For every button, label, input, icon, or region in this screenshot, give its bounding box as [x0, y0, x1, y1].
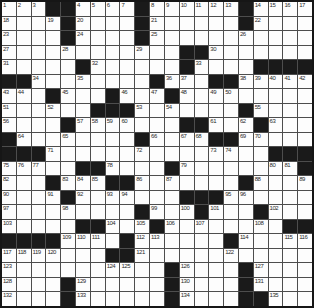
cell-r5c9[interactable] [120, 60, 134, 74]
cell-r10c12[interactable] [165, 133, 179, 147]
cell-r3c8[interactable] [106, 31, 120, 45]
cell-r20c1[interactable]: 128 [2, 278, 16, 292]
cell-r11c16[interactable]: 74 [224, 147, 238, 161]
cell-r15c1[interactable]: 97 [2, 205, 16, 219]
cell-r10c13[interactable]: 67 [180, 133, 194, 147]
cell-r11c5[interactable] [61, 147, 75, 161]
cell-r8c4[interactable]: 52 [46, 104, 60, 118]
cell-r16c5[interactable] [61, 220, 75, 234]
cell-r8c19[interactable] [269, 104, 283, 118]
cell-r3c9[interactable] [120, 31, 134, 45]
cell-r18c11[interactable] [150, 249, 164, 263]
cell-r9c17[interactable]: 62 [239, 118, 253, 132]
cell-r11c9[interactable] [120, 147, 134, 161]
cell-r15c12[interactable] [165, 205, 179, 219]
cell-r7c3[interactable] [32, 89, 46, 103]
cell-r6c19[interactable]: 40 [269, 75, 283, 89]
cell-r15c4[interactable] [46, 205, 60, 219]
cell-r4c15[interactable]: 30 [209, 46, 223, 60]
cell-r13c20[interactable] [283, 176, 297, 190]
cell-r4c6[interactable] [76, 46, 90, 60]
cell-r8c10[interactable]: 53 [135, 104, 149, 118]
cell-r2c13[interactable] [180, 17, 194, 31]
cell-r2c11[interactable]: 21 [150, 17, 164, 31]
cell-r17c10[interactable]: 112 [135, 234, 149, 248]
cell-r9c20[interactable] [283, 118, 297, 132]
cell-r6c9[interactable] [120, 75, 134, 89]
cell-r10c4[interactable] [46, 133, 60, 147]
cell-r16c8[interactable]: 104 [106, 220, 120, 234]
cell-r15c16[interactable] [224, 205, 238, 219]
cell-r4c18[interactable] [254, 46, 268, 60]
cell-r21c7[interactable] [91, 292, 105, 306]
cell-r16c17[interactable] [239, 220, 253, 234]
cell-r12c20[interactable]: 81 [283, 162, 297, 176]
cell-r19c3[interactable] [32, 263, 46, 277]
cell-r10c19[interactable] [269, 133, 283, 147]
cell-r7c21[interactable] [298, 89, 312, 103]
cell-r9c9[interactable]: 60 [120, 118, 134, 132]
cell-r8c2[interactable] [17, 104, 31, 118]
cell-r9c10[interactable] [135, 118, 149, 132]
cell-r5c8[interactable] [106, 60, 120, 74]
cell-r19c20[interactable] [283, 263, 297, 277]
cell-r21c9[interactable] [120, 292, 134, 306]
cell-r19c21[interactable] [298, 263, 312, 277]
cell-r18c15[interactable] [209, 249, 223, 263]
cell-r10c3[interactable] [32, 133, 46, 147]
cell-r11c8[interactable] [106, 147, 120, 161]
cell-r20c15[interactable] [209, 278, 223, 292]
cell-r6c7[interactable] [91, 75, 105, 89]
cell-r6c13[interactable]: 37 [180, 75, 194, 89]
cell-r8c5[interactable] [61, 104, 75, 118]
cell-r7c16[interactable]: 50 [224, 89, 238, 103]
cell-r6c18[interactable]: 39 [254, 75, 268, 89]
cell-r4c21[interactable] [298, 46, 312, 60]
cell-r17c17[interactable]: 114 [239, 234, 253, 248]
cell-r10c6[interactable] [76, 133, 90, 147]
cell-r21c21[interactable] [298, 292, 312, 306]
cell-r13c1[interactable]: 82 [2, 176, 16, 190]
cell-r8c18[interactable]: 55 [254, 104, 268, 118]
cell-r16c9[interactable] [120, 220, 134, 234]
cell-r13c15[interactable] [209, 176, 223, 190]
cell-r3c14[interactable] [195, 31, 209, 45]
cell-r6c12[interactable]: 36 [165, 75, 179, 89]
cell-r5c5[interactable] [61, 60, 75, 74]
cell-r19c18[interactable]: 127 [254, 263, 268, 277]
cell-r11c12[interactable] [165, 147, 179, 161]
cell-r20c18[interactable]: 131 [254, 278, 268, 292]
cell-r3c1[interactable]: 23 [2, 31, 16, 45]
cell-r19c11[interactable] [150, 263, 164, 277]
cell-r4c10[interactable]: 29 [135, 46, 149, 60]
cell-r18c13[interactable] [180, 249, 194, 263]
cell-r14c19[interactable] [269, 191, 283, 205]
cell-r21c11[interactable] [150, 292, 164, 306]
cell-r4c8[interactable] [106, 46, 120, 60]
cell-r2c12[interactable] [165, 17, 179, 31]
cell-r1c12[interactable]: 9 [165, 2, 179, 16]
cell-r8c16[interactable] [224, 104, 238, 118]
cell-r8c13[interactable] [180, 104, 194, 118]
cell-r8c6[interactable] [76, 104, 90, 118]
cell-r9c6[interactable]: 57 [76, 118, 90, 132]
cell-r14c11[interactable] [150, 191, 164, 205]
cell-r17c12[interactable] [165, 234, 179, 248]
cell-r20c6[interactable]: 129 [76, 278, 90, 292]
cell-r17c5[interactable]: 109 [61, 234, 75, 248]
cell-r9c2[interactable] [17, 118, 31, 132]
cell-r18c19[interactable] [269, 249, 283, 263]
cell-r15c6[interactable] [76, 205, 90, 219]
cell-r4c16[interactable] [224, 46, 238, 60]
cell-r8c1[interactable]: 51 [2, 104, 16, 118]
cell-r12c10[interactable] [135, 162, 149, 176]
cell-r1c16[interactable]: 13 [224, 2, 238, 16]
cell-r2c9[interactable] [120, 17, 134, 31]
cell-r1c3[interactable]: 3 [32, 2, 46, 16]
cell-r7c7[interactable] [91, 89, 105, 103]
cell-r13c16[interactable] [224, 176, 238, 190]
cell-r3c17[interactable]: 26 [239, 31, 253, 45]
cell-r16c3[interactable] [32, 220, 46, 234]
cell-r4c1[interactable]: 27 [2, 46, 16, 60]
cell-r16c13[interactable] [180, 220, 194, 234]
cell-r15c8[interactable] [106, 205, 120, 219]
cell-r14c12[interactable] [165, 191, 179, 205]
cell-r3c13[interactable] [180, 31, 194, 45]
cell-r15c7[interactable] [91, 205, 105, 219]
cell-r15c9[interactable] [120, 205, 134, 219]
cell-r13c5[interactable]: 83 [61, 176, 75, 190]
cell-r1c19[interactable]: 15 [269, 2, 283, 16]
cell-r20c2[interactable] [17, 278, 31, 292]
cell-r6c17[interactable]: 38 [239, 75, 253, 89]
cell-r4c3[interactable] [32, 46, 46, 60]
cell-r2c1[interactable]: 18 [2, 17, 16, 31]
cell-r5c14[interactable]: 33 [195, 60, 209, 74]
cell-r5c16[interactable] [224, 60, 238, 74]
cell-r13c7[interactable]: 85 [91, 176, 105, 190]
cell-r1c1[interactable]: 1 [2, 2, 16, 16]
cell-r14c8[interactable]: 93 [106, 191, 120, 205]
cell-r12c5[interactable] [61, 162, 75, 176]
cell-r10c7[interactable] [91, 133, 105, 147]
cell-r8c14[interactable] [195, 104, 209, 118]
cell-r11c18[interactable] [254, 147, 268, 161]
cell-r6c20[interactable]: 41 [283, 75, 297, 89]
cell-r19c2[interactable] [17, 263, 31, 277]
cell-r19c13[interactable]: 126 [180, 263, 194, 277]
cell-r3c16[interactable] [224, 31, 238, 45]
cell-r1c9[interactable]: 7 [120, 2, 134, 16]
cell-r13c14[interactable] [195, 176, 209, 190]
cell-r3c18[interactable] [254, 31, 268, 45]
cell-r17c6[interactable]: 110 [76, 234, 90, 248]
cell-r19c1[interactable]: 123 [2, 263, 16, 277]
cell-r7c11[interactable]: 47 [150, 89, 164, 103]
cell-r7c5[interactable]: 45 [61, 89, 75, 103]
cell-r12c16[interactable] [224, 162, 238, 176]
cell-r5c4[interactable] [46, 60, 60, 74]
cell-r21c2[interactable] [17, 292, 31, 306]
cell-r5c17[interactable] [239, 60, 253, 74]
cell-r18c20[interactable] [283, 249, 297, 263]
cell-r3c2[interactable] [17, 31, 31, 45]
cell-r21c6[interactable]: 133 [76, 292, 90, 306]
cell-r2c2[interactable] [17, 17, 31, 31]
cell-r14c9[interactable]: 94 [120, 191, 134, 205]
cell-r4c11[interactable] [150, 46, 164, 60]
cell-r20c3[interactable] [32, 278, 46, 292]
cell-r21c16[interactable] [224, 292, 238, 306]
cell-r20c9[interactable] [120, 278, 134, 292]
cell-r10c11[interactable]: 66 [150, 133, 164, 147]
cell-r13c6[interactable]: 84 [76, 176, 90, 190]
cell-r19c7[interactable] [91, 263, 105, 277]
cell-r4c20[interactable] [283, 46, 297, 60]
cell-r12c8[interactable]: 78 [106, 162, 120, 176]
cell-r9c19[interactable]: 63 [269, 118, 283, 132]
cell-r1c11[interactable]: 8 [150, 2, 164, 16]
cell-r13c21[interactable]: 89 [298, 176, 312, 190]
cell-r18c4[interactable]: 120 [46, 249, 60, 263]
cell-r19c15[interactable] [209, 263, 223, 277]
cell-r13c2[interactable] [17, 176, 31, 190]
cell-r8c21[interactable] [298, 104, 312, 118]
cell-r9c7[interactable]: 58 [91, 118, 105, 132]
cell-r21c10[interactable] [135, 292, 149, 306]
cell-r2c21[interactable] [298, 17, 312, 31]
cell-r17c15[interactable] [209, 234, 223, 248]
cell-r5c1[interactable]: 31 [2, 60, 16, 74]
cell-r11c6[interactable] [76, 147, 90, 161]
cell-r11c4[interactable]: 71 [46, 147, 60, 161]
cell-r15c3[interactable] [32, 205, 46, 219]
cell-r12c9[interactable] [120, 162, 134, 176]
cell-r2c19[interactable] [269, 17, 283, 31]
cell-r2c7[interactable] [91, 17, 105, 31]
cell-r4c19[interactable] [269, 46, 283, 60]
cell-r3c20[interactable] [283, 31, 297, 45]
cell-r5c3[interactable] [32, 60, 46, 74]
cell-r6c5[interactable] [61, 75, 75, 89]
cell-r10c9[interactable] [120, 133, 134, 147]
cell-r1c7[interactable]: 5 [91, 2, 105, 16]
cell-r13c11[interactable] [150, 176, 164, 190]
cell-r17c20[interactable]: 115 [283, 234, 297, 248]
cell-r7c14[interactable] [195, 89, 209, 103]
cell-r9c15[interactable]: 61 [209, 118, 223, 132]
cell-r15c13[interactable]: 100 [180, 205, 194, 219]
cell-r16c16[interactable] [224, 220, 238, 234]
cell-r9c3[interactable] [32, 118, 46, 132]
cell-r5c10[interactable] [135, 60, 149, 74]
cell-r19c14[interactable] [195, 263, 209, 277]
cell-r7c19[interactable] [269, 89, 283, 103]
cell-r3c4[interactable] [46, 31, 60, 45]
cell-r4c17[interactable] [239, 46, 253, 60]
cell-r19c5[interactable] [61, 263, 75, 277]
cell-r12c1[interactable]: 75 [2, 162, 16, 176]
cell-r10c5[interactable]: 65 [61, 133, 75, 147]
cell-r14c4[interactable]: 91 [46, 191, 60, 205]
cell-r20c20[interactable] [283, 278, 297, 292]
cell-r4c9[interactable] [120, 46, 134, 60]
cell-r18c18[interactable] [254, 249, 268, 263]
cell-r10c18[interactable]: 70 [254, 133, 268, 147]
cell-r2c16[interactable] [224, 17, 238, 31]
cell-r3c19[interactable] [269, 31, 283, 45]
cell-r18c16[interactable]: 122 [224, 249, 238, 263]
cell-r4c4[interactable] [46, 46, 60, 60]
cell-r12c3[interactable]: 77 [32, 162, 46, 176]
cell-r16c10[interactable]: 105 [135, 220, 149, 234]
cell-r16c15[interactable] [209, 220, 223, 234]
cell-r10c2[interactable]: 64 [17, 133, 31, 147]
cell-r3c7[interactable] [91, 31, 105, 45]
cell-r13c10[interactable]: 86 [135, 176, 149, 190]
cell-r9c11[interactable] [150, 118, 164, 132]
cell-r20c14[interactable] [195, 278, 209, 292]
cell-r14c1[interactable]: 90 [2, 191, 16, 205]
cell-r9c21[interactable] [298, 118, 312, 132]
cell-r3c12[interactable] [165, 31, 179, 45]
cell-r9c4[interactable] [46, 118, 60, 132]
cell-r12c18[interactable] [254, 162, 268, 176]
cell-r3c15[interactable] [209, 31, 223, 45]
cell-r18c21[interactable] [298, 249, 312, 263]
cell-r21c1[interactable]: 132 [2, 292, 16, 306]
cell-r21c14[interactable] [195, 292, 209, 306]
cell-r18c14[interactable] [195, 249, 209, 263]
cell-r4c5[interactable]: 28 [61, 46, 75, 60]
cell-r17c18[interactable] [254, 234, 268, 248]
cell-r6c14[interactable] [195, 75, 209, 89]
cell-r16c19[interactable] [269, 220, 283, 234]
cell-r12c13[interactable]: 79 [180, 162, 194, 176]
cell-r5c2[interactable] [17, 60, 31, 74]
cell-r10c17[interactable]: 69 [239, 133, 253, 147]
cell-r7c2[interactable]: 44 [17, 89, 31, 103]
cell-r1c18[interactable]: 14 [254, 2, 268, 16]
cell-r1c2[interactable]: 2 [17, 2, 31, 16]
cell-r9c12[interactable] [165, 118, 179, 132]
cell-r11c10[interactable]: 72 [135, 147, 149, 161]
cell-r19c10[interactable] [135, 263, 149, 277]
cell-r10c20[interactable] [283, 133, 297, 147]
cell-r7c1[interactable]: 43 [2, 89, 16, 103]
cell-r9c16[interactable] [224, 118, 238, 132]
cell-r1c13[interactable]: 10 [180, 2, 194, 16]
cell-r5c7[interactable]: 32 [91, 60, 105, 74]
cell-r12c14[interactable] [195, 162, 209, 176]
cell-r18c10[interactable]: 121 [135, 249, 149, 263]
cell-r11c14[interactable] [195, 147, 209, 161]
cell-r3c6[interactable]: 24 [76, 31, 90, 45]
cell-r18c3[interactable]: 119 [32, 249, 46, 263]
cell-r15c11[interactable]: 99 [150, 205, 164, 219]
cell-r15c2[interactable] [17, 205, 31, 219]
cell-r12c15[interactable] [209, 162, 223, 176]
cell-r2c8[interactable] [106, 17, 120, 31]
cell-r2c4[interactable]: 19 [46, 17, 60, 31]
cell-r17c7[interactable]: 111 [91, 234, 105, 248]
cell-r12c19[interactable]: 80 [269, 162, 283, 176]
cell-r17c14[interactable] [195, 234, 209, 248]
cell-r15c20[interactable] [283, 205, 297, 219]
cell-r19c16[interactable] [224, 263, 238, 277]
cell-r6c8[interactable] [106, 75, 120, 89]
cell-r21c19[interactable]: 135 [269, 292, 283, 306]
cell-r13c3[interactable] [32, 176, 46, 190]
cell-r3c11[interactable]: 25 [150, 31, 164, 45]
cell-r17c19[interactable] [269, 234, 283, 248]
cell-r14c18[interactable] [254, 191, 268, 205]
cell-r10c14[interactable]: 68 [195, 133, 209, 147]
cell-r17c13[interactable] [180, 234, 194, 248]
cell-r20c16[interactable] [224, 278, 238, 292]
cell-r6c3[interactable]: 34 [32, 75, 46, 89]
cell-r2c14[interactable] [195, 17, 209, 31]
cell-r16c2[interactable] [17, 220, 31, 234]
cell-r8c15[interactable] [209, 104, 223, 118]
cell-r6c10[interactable] [135, 75, 149, 89]
cell-r2c6[interactable]: 20 [76, 17, 90, 31]
cell-r7c9[interactable]: 46 [120, 89, 134, 103]
cell-r1c21[interactable]: 17 [298, 2, 312, 16]
cell-r4c7[interactable] [91, 46, 105, 60]
cell-r13c13[interactable] [180, 176, 194, 190]
cell-r18c7[interactable] [91, 249, 105, 263]
cell-r10c21[interactable] [298, 133, 312, 147]
cell-r11c7[interactable] [91, 147, 105, 161]
cell-r20c4[interactable] [46, 278, 60, 292]
cell-r19c8[interactable]: 124 [106, 263, 120, 277]
cell-r18c6[interactable] [76, 249, 90, 263]
cell-r5c12[interactable] [165, 60, 179, 74]
cell-r9c8[interactable]: 59 [106, 118, 120, 132]
cell-r11c15[interactable]: 73 [209, 147, 223, 161]
cell-r12c2[interactable]: 76 [17, 162, 31, 176]
cell-r7c6[interactable] [76, 89, 90, 103]
cell-r19c9[interactable]: 125 [120, 263, 134, 277]
cell-r17c21[interactable]: 116 [298, 234, 312, 248]
cell-r2c15[interactable] [209, 17, 223, 31]
cell-r14c17[interactable]: 96 [239, 191, 253, 205]
cell-r16c18[interactable]: 108 [254, 220, 268, 234]
cell-r4c12[interactable] [165, 46, 179, 60]
cell-r20c19[interactable] [269, 278, 283, 292]
cell-r10c8[interactable] [106, 133, 120, 147]
cell-r18c17[interactable] [239, 249, 253, 263]
cell-r17c8[interactable] [106, 234, 120, 248]
cell-r20c11[interactable] [150, 278, 164, 292]
cell-r8c12[interactable]: 54 [165, 104, 179, 118]
cell-r7c10[interactable] [135, 89, 149, 103]
cell-r12c17[interactable] [239, 162, 253, 176]
cell-r14c7[interactable] [91, 191, 105, 205]
cell-r15c17[interactable] [239, 205, 253, 219]
cell-r19c6[interactable] [76, 263, 90, 277]
cell-r2c18[interactable]: 22 [254, 17, 268, 31]
cell-r5c11[interactable] [150, 60, 164, 74]
cell-r1c15[interactable]: 12 [209, 2, 223, 16]
cell-r16c14[interactable]: 107 [195, 220, 209, 234]
cell-r18c5[interactable] [61, 249, 75, 263]
